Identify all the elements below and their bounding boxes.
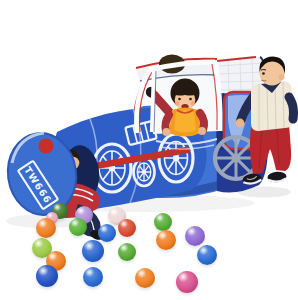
- wheel-print-right: [159, 134, 193, 182]
- tent-illustration: TW666: [0, 0, 298, 300]
- boy-ear: [279, 74, 285, 80]
- boy-shoe-right: [267, 171, 287, 183]
- girl-hand-left: [163, 128, 171, 136]
- red-dot: [39, 139, 54, 154]
- girl-hand-right: [198, 127, 206, 135]
- boy-pants: [250, 124, 291, 174]
- boy-right-arm: [289, 97, 294, 119]
- boy-hand: [236, 119, 245, 128]
- product-photo: TW666: [0, 0, 298, 300]
